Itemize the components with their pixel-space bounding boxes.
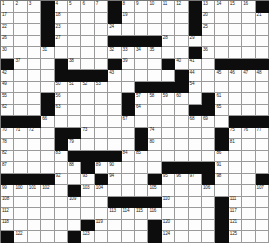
grid-cell[interactable] xyxy=(108,139,121,151)
grid-cell[interactable]: 18 xyxy=(55,13,68,25)
grid-cell[interactable]: 20 xyxy=(202,13,215,25)
grid-cell[interactable] xyxy=(175,208,188,220)
grid-cell[interactable] xyxy=(215,116,228,128)
grid-cell[interactable] xyxy=(41,220,54,232)
grid-cell[interactable]: 8 xyxy=(122,1,135,13)
grid-cell[interactable] xyxy=(135,13,148,25)
grid-cell[interactable]: 19 xyxy=(122,13,135,25)
grid-cell[interactable] xyxy=(55,197,68,209)
grid-cell[interactable] xyxy=(189,151,202,163)
grid-cell[interactable]: 106 xyxy=(202,185,215,197)
grid-cell[interactable]: 25 xyxy=(202,24,215,36)
grid-cell[interactable] xyxy=(28,24,41,36)
grid-cell[interactable] xyxy=(68,116,81,128)
grid-cell[interactable]: 81 xyxy=(229,139,242,151)
grid-cell[interactable] xyxy=(28,197,41,209)
grid-cell[interactable]: 77 xyxy=(256,128,269,140)
grid-cell[interactable]: 114 xyxy=(122,208,135,220)
grid-cell[interactable] xyxy=(55,185,68,197)
grid-cell[interactable] xyxy=(14,93,27,105)
grid-cell[interactable] xyxy=(95,36,108,48)
grid-cell[interactable]: 58 xyxy=(148,93,161,105)
grid-cell[interactable]: 10 xyxy=(148,1,161,13)
grid-cell[interactable] xyxy=(122,139,135,151)
grid-cell[interactable]: 22 xyxy=(1,24,14,36)
grid-cell[interactable] xyxy=(95,47,108,59)
grid-cell[interactable]: 88 xyxy=(68,162,81,174)
grid-cell[interactable] xyxy=(135,70,148,82)
grid-cell[interactable] xyxy=(95,116,108,128)
grid-cell[interactable] xyxy=(148,151,161,163)
grid-cell[interactable]: 28 xyxy=(162,36,175,48)
grid-cell[interactable]: 54 xyxy=(189,82,202,94)
grid-cell[interactable]: 96 xyxy=(175,174,188,186)
grid-cell[interactable] xyxy=(189,93,202,105)
grid-cell[interactable] xyxy=(229,151,242,163)
grid-cell[interactable]: 94 xyxy=(108,174,121,186)
grid-cell[interactable] xyxy=(68,36,81,48)
grid-cell[interactable]: 46 xyxy=(229,70,242,82)
grid-cell[interactable]: 31 xyxy=(41,47,54,59)
grid-cell[interactable] xyxy=(229,185,242,197)
grid-cell[interactable]: 105 xyxy=(148,185,161,197)
grid-cell[interactable] xyxy=(256,162,269,174)
grid-cell[interactable]: 60 xyxy=(175,93,188,105)
grid-cell[interactable] xyxy=(95,59,108,71)
grid-cell[interactable] xyxy=(108,231,121,243)
grid-cell[interactable]: 45 xyxy=(215,70,228,82)
grid-cell[interactable]: 4 xyxy=(55,1,68,13)
grid-cell[interactable]: 122 xyxy=(14,231,27,243)
grid-cell[interactable]: 76 xyxy=(242,128,255,140)
grid-cell[interactable] xyxy=(68,105,81,117)
grid-cell[interactable] xyxy=(108,185,121,197)
grid-cell[interactable] xyxy=(162,208,175,220)
grid-cell[interactable]: 1 xyxy=(1,1,14,13)
grid-cell[interactable] xyxy=(189,128,202,140)
grid-cell[interactable] xyxy=(41,139,54,151)
grid-cell[interactable]: 102 xyxy=(41,185,54,197)
grid-cell[interactable]: 51 xyxy=(68,82,81,94)
grid-cell[interactable] xyxy=(135,116,148,128)
grid-cell[interactable]: 71 xyxy=(14,128,27,140)
grid-cell[interactable]: 47 xyxy=(242,70,255,82)
grid-cell[interactable] xyxy=(68,24,81,36)
grid-cell[interactable]: 30 xyxy=(1,47,14,59)
grid-cell[interactable]: 24 xyxy=(108,24,121,36)
grid-cell[interactable]: 113 xyxy=(108,208,121,220)
grid-cell[interactable] xyxy=(135,231,148,243)
grid-cell[interactable] xyxy=(41,162,54,174)
grid-cell[interactable] xyxy=(135,59,148,71)
grid-cell[interactable]: 35 xyxy=(148,47,161,59)
grid-cell[interactable] xyxy=(256,220,269,232)
grid-cell[interactable]: 119 xyxy=(95,220,108,232)
grid-cell[interactable] xyxy=(108,116,121,128)
grid-cell[interactable] xyxy=(28,151,41,163)
grid-cell[interactable]: 13 xyxy=(202,1,215,13)
grid-cell[interactable] xyxy=(162,128,175,140)
grid-cell[interactable] xyxy=(14,151,27,163)
grid-cell[interactable] xyxy=(242,220,255,232)
grid-cell[interactable] xyxy=(162,151,175,163)
grid-cell[interactable] xyxy=(122,174,135,186)
grid-cell[interactable] xyxy=(162,24,175,36)
grid-cell[interactable]: 85 xyxy=(135,151,148,163)
grid-cell[interactable]: 92 xyxy=(55,174,68,186)
grid-cell[interactable] xyxy=(41,208,54,220)
grid-cell[interactable] xyxy=(148,59,161,71)
grid-cell[interactable] xyxy=(175,231,188,243)
grid-cell[interactable] xyxy=(202,128,215,140)
grid-cell[interactable] xyxy=(28,220,41,232)
grid-cell[interactable]: 42 xyxy=(1,70,14,82)
grid-cell[interactable] xyxy=(135,24,148,36)
grid-cell[interactable]: 87 xyxy=(1,162,14,174)
grid-cell[interactable]: 23 xyxy=(55,24,68,36)
grid-cell[interactable] xyxy=(175,13,188,25)
grid-cell[interactable] xyxy=(14,82,27,94)
grid-cell[interactable] xyxy=(148,116,161,128)
grid-cell[interactable] xyxy=(242,13,255,25)
grid-cell[interactable] xyxy=(256,208,269,220)
grid-cell[interactable]: 101 xyxy=(28,185,41,197)
grid-cell[interactable] xyxy=(81,139,94,151)
grid-cell[interactable]: 121 xyxy=(229,220,242,232)
grid-cell[interactable] xyxy=(81,36,94,48)
grid-cell[interactable]: 69 xyxy=(202,116,215,128)
grid-cell[interactable]: 110 xyxy=(162,197,175,209)
grid-cell[interactable] xyxy=(68,13,81,25)
grid-cell[interactable] xyxy=(122,24,135,36)
grid-cell[interactable]: 80 xyxy=(148,139,161,151)
grid-cell[interactable]: 36 xyxy=(202,47,215,59)
grid-cell[interactable] xyxy=(55,208,68,220)
grid-cell[interactable] xyxy=(81,59,94,71)
grid-cell[interactable] xyxy=(229,82,242,94)
grid-cell[interactable] xyxy=(148,105,161,117)
grid-cell[interactable]: 86 xyxy=(215,151,228,163)
grid-cell[interactable] xyxy=(95,208,108,220)
grid-cell[interactable]: 83 xyxy=(55,151,68,163)
grid-cell[interactable] xyxy=(41,231,54,243)
grid-cell[interactable] xyxy=(175,105,188,117)
grid-cell[interactable]: 33 xyxy=(122,47,135,59)
grid-cell[interactable] xyxy=(162,70,175,82)
grid-cell[interactable] xyxy=(55,162,68,174)
grid-cell[interactable]: 89 xyxy=(95,162,108,174)
grid-cell[interactable] xyxy=(68,174,81,186)
grid-cell[interactable]: 41 xyxy=(189,59,202,71)
grid-cell[interactable]: 15 xyxy=(229,1,242,13)
grid-cell[interactable] xyxy=(229,47,242,59)
grid-cell[interactable]: 26 xyxy=(1,36,14,48)
grid-cell[interactable] xyxy=(28,82,41,94)
grid-cell[interactable]: 16 xyxy=(242,1,255,13)
grid-cell[interactable] xyxy=(122,70,135,82)
grid-cell[interactable] xyxy=(68,47,81,59)
grid-cell[interactable]: 14 xyxy=(215,1,228,13)
grid-cell[interactable] xyxy=(215,82,228,94)
grid-cell[interactable]: 104 xyxy=(95,185,108,197)
grid-cell[interactable] xyxy=(256,93,269,105)
grid-cell[interactable] xyxy=(95,93,108,105)
grid-cell[interactable] xyxy=(242,231,255,243)
grid-cell[interactable] xyxy=(41,151,54,163)
grid-cell[interactable]: 70 xyxy=(1,128,14,140)
grid-cell[interactable]: 57 xyxy=(135,93,148,105)
grid-cell[interactable]: 65 xyxy=(215,105,228,117)
grid-cell[interactable] xyxy=(202,208,215,220)
grid-cell[interactable] xyxy=(229,105,242,117)
grid-cell[interactable] xyxy=(55,116,68,128)
grid-cell[interactable]: 61 xyxy=(215,93,228,105)
grid-cell[interactable]: 98 xyxy=(215,174,228,186)
grid-cell[interactable] xyxy=(229,162,242,174)
grid-cell[interactable] xyxy=(148,162,161,174)
grid-cell[interactable] xyxy=(256,139,269,151)
grid-cell[interactable]: 32 xyxy=(108,47,121,59)
grid-cell[interactable] xyxy=(14,36,27,48)
grid-cell[interactable]: 52 xyxy=(81,82,94,94)
grid-cell[interactable]: 72 xyxy=(28,128,41,140)
grid-cell[interactable] xyxy=(215,24,228,36)
grid-cell[interactable]: 115 xyxy=(135,208,148,220)
grid-cell[interactable] xyxy=(189,231,202,243)
grid-cell[interactable] xyxy=(81,105,94,117)
grid-cell[interactable]: 49 xyxy=(1,82,14,94)
grid-cell[interactable]: 3 xyxy=(28,1,41,13)
grid-cell[interactable] xyxy=(41,59,54,71)
grid-cell[interactable] xyxy=(148,70,161,82)
grid-cell[interactable] xyxy=(14,47,27,59)
grid-cell[interactable] xyxy=(41,128,54,140)
grid-cell[interactable] xyxy=(229,174,242,186)
grid-cell[interactable] xyxy=(55,231,68,243)
grid-cell[interactable] xyxy=(242,24,255,36)
grid-cell[interactable] xyxy=(256,231,269,243)
grid-cell[interactable] xyxy=(135,174,148,186)
grid-cell[interactable] xyxy=(229,93,242,105)
grid-cell[interactable] xyxy=(135,220,148,232)
grid-cell[interactable] xyxy=(148,24,161,36)
grid-cell[interactable] xyxy=(14,13,27,25)
grid-cell[interactable] xyxy=(14,197,27,209)
grid-cell[interactable]: 44 xyxy=(189,70,202,82)
grid-cell[interactable] xyxy=(189,220,202,232)
grid-cell[interactable] xyxy=(108,82,121,94)
grid-cell[interactable] xyxy=(202,70,215,82)
grid-cell[interactable]: 11 xyxy=(162,1,175,13)
grid-cell[interactable] xyxy=(28,162,41,174)
grid-cell[interactable] xyxy=(256,105,269,117)
grid-cell[interactable]: 27 xyxy=(55,36,68,48)
grid-cell[interactable]: 78 xyxy=(1,139,14,151)
grid-cell[interactable] xyxy=(189,208,202,220)
grid-cell[interactable] xyxy=(41,70,54,82)
grid-cell[interactable] xyxy=(175,128,188,140)
grid-cell[interactable]: 124 xyxy=(162,231,175,243)
grid-cell[interactable] xyxy=(122,231,135,243)
grid-cell[interactable] xyxy=(68,220,81,232)
grid-cell[interactable] xyxy=(108,93,121,105)
grid-cell[interactable] xyxy=(81,13,94,25)
grid-cell[interactable] xyxy=(81,93,94,105)
grid-cell[interactable]: 97 xyxy=(189,174,202,186)
grid-cell[interactable] xyxy=(95,197,108,209)
grid-cell[interactable]: 74 xyxy=(148,128,161,140)
grid-cell[interactable]: 75 xyxy=(229,128,242,140)
grid-cell[interactable]: 12 xyxy=(175,1,188,13)
grid-cell[interactable]: 107 xyxy=(256,185,269,197)
grid-cell[interactable] xyxy=(229,24,242,36)
grid-cell[interactable] xyxy=(229,36,242,48)
grid-cell[interactable] xyxy=(14,220,27,232)
grid-cell[interactable]: 37 xyxy=(14,59,27,71)
grid-cell[interactable]: 82 xyxy=(1,151,14,163)
grid-cell[interactable] xyxy=(81,24,94,36)
grid-cell[interactable]: 62 xyxy=(1,105,14,117)
grid-cell[interactable] xyxy=(148,13,161,25)
grid-cell[interactable] xyxy=(14,162,27,174)
grid-cell[interactable] xyxy=(242,82,255,94)
grid-cell[interactable]: 100 xyxy=(14,185,27,197)
grid-cell[interactable] xyxy=(256,36,269,48)
grid-cell[interactable]: 48 xyxy=(256,70,269,82)
grid-cell[interactable]: 29 xyxy=(189,36,202,48)
grid-cell[interactable] xyxy=(242,139,255,151)
grid-cell[interactable] xyxy=(95,13,108,25)
grid-cell[interactable] xyxy=(162,105,175,117)
grid-cell[interactable] xyxy=(256,82,269,94)
grid-cell[interactable]: 90 xyxy=(108,162,121,174)
grid-cell[interactable] xyxy=(14,105,27,117)
grid-cell[interactable]: 43 xyxy=(108,70,121,82)
grid-cell[interactable] xyxy=(242,105,255,117)
grid-cell[interactable] xyxy=(41,82,54,94)
grid-cell[interactable] xyxy=(14,208,27,220)
grid-cell[interactable] xyxy=(81,116,94,128)
grid-cell[interactable] xyxy=(81,197,94,209)
grid-cell[interactable]: 39 xyxy=(122,59,135,71)
grid-cell[interactable] xyxy=(68,208,81,220)
grid-cell[interactable]: 95 xyxy=(162,174,175,186)
grid-cell[interactable] xyxy=(28,70,41,82)
grid-cell[interactable] xyxy=(95,105,108,117)
grid-cell[interactable] xyxy=(256,151,269,163)
grid-cell[interactable] xyxy=(202,36,215,48)
grid-cell[interactable] xyxy=(95,231,108,243)
grid-cell[interactable] xyxy=(175,197,188,209)
grid-cell[interactable] xyxy=(28,105,41,117)
grid-cell[interactable] xyxy=(108,105,121,117)
grid-cell[interactable] xyxy=(28,208,41,220)
grid-cell[interactable] xyxy=(41,197,54,209)
grid-cell[interactable] xyxy=(175,24,188,36)
grid-cell[interactable] xyxy=(28,59,41,71)
grid-cell[interactable] xyxy=(122,185,135,197)
grid-cell[interactable]: 103 xyxy=(81,185,94,197)
grid-cell[interactable]: 34 xyxy=(135,47,148,59)
grid-cell[interactable] xyxy=(242,162,255,174)
grid-cell[interactable] xyxy=(202,231,215,243)
grid-cell[interactable] xyxy=(256,24,269,36)
grid-cell[interactable] xyxy=(135,162,148,174)
grid-cell[interactable] xyxy=(81,208,94,220)
grid-cell[interactable]: 108 xyxy=(1,197,14,209)
grid-cell[interactable] xyxy=(162,47,175,59)
grid-cell[interactable] xyxy=(175,151,188,163)
grid-cell[interactable]: 118 xyxy=(1,220,14,232)
grid-cell[interactable] xyxy=(28,47,41,59)
grid-cell[interactable] xyxy=(175,36,188,48)
grid-cell[interactable] xyxy=(189,185,202,197)
grid-cell[interactable]: 68 xyxy=(189,116,202,128)
grid-cell[interactable]: 91 xyxy=(215,162,228,174)
grid-cell[interactable] xyxy=(122,220,135,232)
grid-cell[interactable] xyxy=(14,70,27,82)
grid-cell[interactable]: 53 xyxy=(95,82,108,94)
grid-cell[interactable] xyxy=(122,82,135,94)
grid-cell[interactable] xyxy=(242,208,255,220)
grid-cell[interactable] xyxy=(256,197,269,209)
grid-cell[interactable] xyxy=(242,47,255,59)
grid-cell[interactable] xyxy=(202,151,215,163)
grid-cell[interactable] xyxy=(55,220,68,232)
grid-cell[interactable] xyxy=(189,139,202,151)
grid-cell[interactable]: 6 xyxy=(81,1,94,13)
grid-cell[interactable]: 120 xyxy=(162,220,175,232)
grid-cell[interactable]: 7 xyxy=(95,1,108,13)
grid-cell[interactable] xyxy=(28,93,41,105)
grid-cell[interactable] xyxy=(175,185,188,197)
grid-cell[interactable] xyxy=(229,13,242,25)
grid-cell[interactable]: 59 xyxy=(162,93,175,105)
grid-cell[interactable]: 84 xyxy=(122,151,135,163)
grid-cell[interactable] xyxy=(28,139,41,151)
grid-cell[interactable]: 112 xyxy=(1,208,14,220)
grid-cell[interactable] xyxy=(175,47,188,59)
grid-cell[interactable] xyxy=(135,185,148,197)
grid-cell[interactable]: 93 xyxy=(81,174,94,186)
grid-cell[interactable] xyxy=(95,128,108,140)
grid-cell[interactable]: 73 xyxy=(81,128,94,140)
grid-cell[interactable]: 66 xyxy=(41,116,54,128)
grid-cell[interactable]: 2 xyxy=(14,1,27,13)
grid-cell[interactable]: 17 xyxy=(1,13,14,25)
grid-cell[interactable] xyxy=(95,139,108,151)
grid-cell[interactable]: 111 xyxy=(229,197,242,209)
grid-cell[interactable]: 38 xyxy=(68,59,81,71)
grid-cell[interactable]: 56 xyxy=(55,93,68,105)
grid-cell[interactable] xyxy=(162,185,175,197)
grid-cell[interactable]: 50 xyxy=(55,82,68,94)
grid-cell[interactable] xyxy=(242,93,255,105)
grid-cell[interactable] xyxy=(108,220,121,232)
grid-cell[interactable] xyxy=(202,82,215,94)
grid-cell[interactable] xyxy=(202,59,215,71)
grid-cell[interactable] xyxy=(202,197,215,209)
grid-cell[interactable] xyxy=(242,185,255,197)
grid-cell[interactable]: 116 xyxy=(148,208,161,220)
grid-cell[interactable]: 109 xyxy=(68,197,81,209)
grid-cell[interactable] xyxy=(215,36,228,48)
grid-cell[interactable] xyxy=(242,36,255,48)
grid-cell[interactable] xyxy=(28,231,41,243)
grid-cell[interactable] xyxy=(122,128,135,140)
grid-cell[interactable]: 67 xyxy=(122,116,135,128)
grid-cell[interactable] xyxy=(242,151,255,163)
